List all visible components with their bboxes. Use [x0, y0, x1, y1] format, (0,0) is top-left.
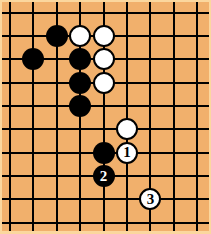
grid-horizontal-line — [2, 222, 209, 224]
stone-white — [93, 48, 115, 70]
go-board-diagram: 123 — [0, 0, 211, 234]
stone-black — [69, 72, 91, 94]
stone-black-move-2: 2 — [93, 165, 115, 187]
stone-black — [46, 25, 68, 47]
stone-white-move-1: 1 — [116, 142, 138, 164]
stone-white — [93, 25, 115, 47]
grid-horizontal-line — [2, 128, 209, 130]
move-number: 2 — [100, 169, 108, 184]
stone-black — [69, 48, 91, 70]
grid-horizontal-line — [2, 198, 209, 200]
stone-white-move-3: 3 — [139, 188, 161, 210]
grid-horizontal-line — [2, 105, 209, 107]
move-number: 3 — [147, 192, 155, 207]
stone-white — [116, 118, 138, 140]
stone-black — [22, 48, 44, 70]
stone-white — [93, 72, 115, 94]
grid-horizontal-line — [2, 12, 209, 14]
move-number: 1 — [123, 145, 131, 160]
stone-black — [69, 95, 91, 117]
stone-black — [93, 142, 115, 164]
stone-white — [69, 25, 91, 47]
